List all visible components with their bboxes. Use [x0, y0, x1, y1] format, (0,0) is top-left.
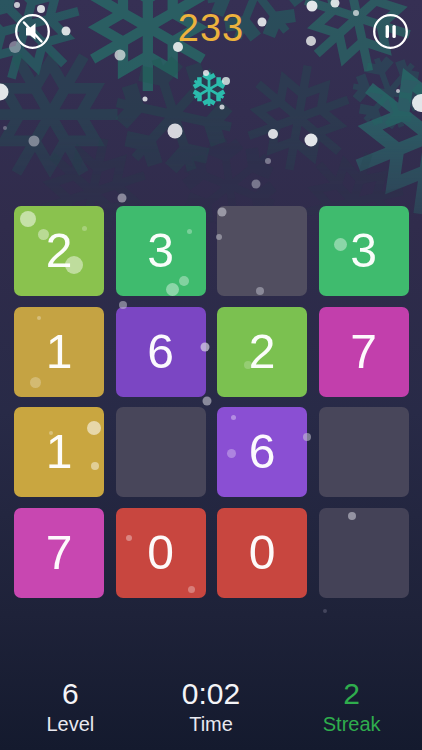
tile-bubble-decoration — [91, 462, 99, 470]
snow-dot — [220, 105, 225, 110]
tile-r3c1-value-1[interactable]: 1 — [14, 407, 104, 497]
tile-number: 6 — [249, 428, 276, 476]
tile-r3c4-empty — [319, 407, 409, 497]
stat-time: 0:02Time — [141, 677, 282, 736]
snow-dot — [143, 97, 148, 102]
tile-number: 7 — [350, 328, 377, 376]
snow-dot — [0, 84, 9, 101]
tile-r1c3-empty — [217, 206, 307, 296]
tile-bubble-decoration — [227, 449, 236, 458]
tile-number: 2 — [46, 227, 73, 275]
tile-r4c4-empty — [319, 508, 409, 598]
level-value: 6 — [0, 677, 141, 710]
stat-level: 6Level — [0, 677, 141, 736]
tile-bubble-decoration — [187, 229, 192, 234]
tile-bubble-decoration — [166, 283, 179, 296]
tile-bubble-decoration — [82, 226, 87, 231]
snow-dot — [168, 124, 183, 139]
streak-value: 2 — [281, 677, 422, 710]
snow-dot — [203, 70, 209, 76]
board-grid: 233162716700 — [14, 206, 409, 598]
tile-bubble-decoration — [231, 415, 236, 420]
snow-dot — [396, 89, 400, 93]
tile-r1c4-value-3[interactable]: 3 — [319, 206, 409, 296]
snowflake-icon: ❆ — [190, 67, 229, 113]
snow-dot — [305, 134, 318, 147]
snow-dot — [222, 77, 230, 85]
tile-number: 7 — [46, 529, 73, 577]
tile-number: 1 — [46, 328, 73, 376]
pause-button[interactable] — [372, 13, 409, 50]
tile-bubble-decoration — [37, 316, 41, 320]
tile-bubble-decoration — [179, 276, 189, 286]
tile-bubble-decoration — [126, 535, 132, 541]
streak-label: Streak — [281, 713, 422, 736]
score: 233 — [0, 7, 422, 50]
pause-icon — [372, 13, 409, 50]
tile-r3c3-value-6[interactable]: 6 — [217, 407, 307, 497]
tile-bubble-decoration — [30, 377, 41, 388]
snow-dot — [268, 129, 278, 139]
level-label: Level — [0, 713, 141, 736]
tile-r3c2-empty — [116, 407, 206, 497]
tile-number: 0 — [249, 529, 276, 577]
snow-dot — [412, 94, 422, 112]
snow-dot — [323, 609, 327, 613]
snow-dot — [265, 158, 271, 164]
time-value: 0:02 — [141, 677, 282, 710]
tile-bubble-decoration — [188, 586, 195, 593]
tile-r1c1-value-2[interactable]: 2 — [14, 206, 104, 296]
tile-r1c2-value-3[interactable]: 3 — [116, 206, 206, 296]
tile-r2c4-value-7[interactable]: 7 — [319, 307, 409, 397]
tile-r2c3-value-2[interactable]: 2 — [217, 307, 307, 397]
tile-r2c1-value-1[interactable]: 1 — [14, 307, 104, 397]
stats-bar: 6Level0:02Time2Streak — [0, 677, 422, 736]
snow-dot — [118, 194, 127, 203]
tile-number: 3 — [350, 227, 377, 275]
snow-dot — [252, 180, 261, 189]
tile-bubble-decoration — [20, 211, 36, 227]
tile-number: 2 — [249, 328, 276, 376]
tile-number: 1 — [46, 428, 73, 476]
tile-bubble-decoration — [334, 238, 347, 251]
tile-r2c2-value-6[interactable]: 6 — [116, 307, 206, 397]
top-bar: 233 — [0, 0, 422, 64]
tile-r4c3-value-0[interactable]: 0 — [217, 508, 307, 598]
tile-r4c1-value-7[interactable]: 7 — [14, 508, 104, 598]
tile-number: 0 — [147, 529, 174, 577]
stat-streak: 2Streak — [281, 677, 422, 736]
tile-number: 3 — [147, 227, 174, 275]
snow-dot — [29, 136, 40, 147]
snow-dot — [3, 126, 7, 130]
game-screen: ❅❅❆❅❅❅❆❅❆❅❆❅❆ 233162716700 233 6Level0:0… — [0, 0, 422, 750]
tile-number: 6 — [147, 328, 174, 376]
tile-bubble-decoration — [87, 421, 101, 435]
tile-r4c2-value-0[interactable]: 0 — [116, 508, 206, 598]
time-label: Time — [141, 713, 282, 736]
